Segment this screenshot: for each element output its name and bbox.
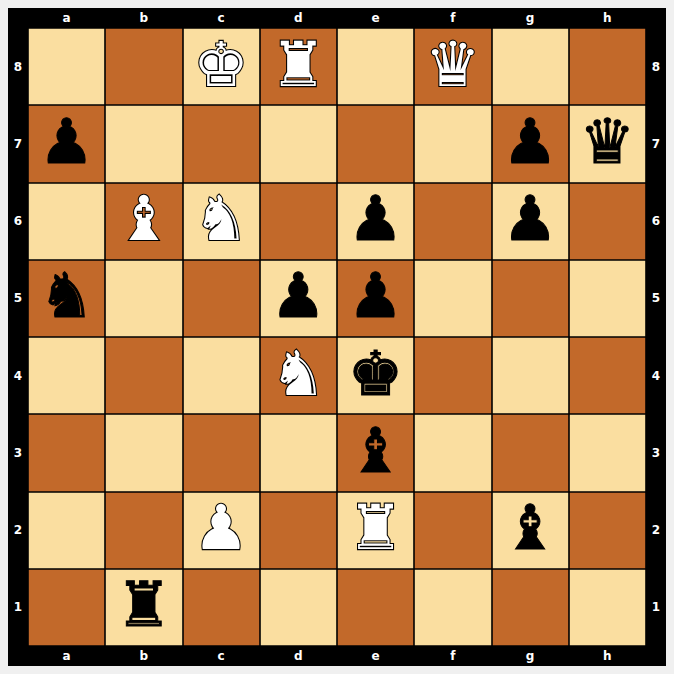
square-e2[interactable]: ♜ <box>337 492 414 569</box>
square-e7[interactable] <box>337 105 414 182</box>
file-label-top-e: e <box>337 8 414 28</box>
piece-black-pawn[interactable]: ♟ <box>271 265 327 327</box>
chess-board-frame: abcdefgh8♚♜♛87♟♟♛76♝♞♟♟65♞♟♟54♞♚43♝32♟♜♝… <box>8 8 666 666</box>
file-label-top-h: h <box>569 8 646 28</box>
square-a5[interactable]: ♞ <box>28 260 105 337</box>
rank-label-left-7: 7 <box>8 105 28 182</box>
rank-label-left-6: 6 <box>8 183 28 260</box>
rank-label-right-6: 6 <box>646 183 666 260</box>
square-d6[interactable] <box>260 183 337 260</box>
square-a4[interactable] <box>28 337 105 414</box>
square-d1[interactable] <box>260 569 337 646</box>
square-c5[interactable] <box>183 260 260 337</box>
square-b5[interactable] <box>105 260 182 337</box>
square-c1[interactable] <box>183 569 260 646</box>
square-g4[interactable] <box>492 337 569 414</box>
square-a7[interactable]: ♟ <box>28 105 105 182</box>
square-f4[interactable] <box>414 337 491 414</box>
square-g2[interactable]: ♝ <box>492 492 569 569</box>
square-d4[interactable]: ♞ <box>260 337 337 414</box>
file-label-bottom-f: f <box>414 646 491 666</box>
square-h8[interactable] <box>569 28 646 105</box>
rank-label-left-8: 8 <box>8 28 28 105</box>
rank-label-right-7: 7 <box>646 105 666 182</box>
square-b8[interactable] <box>105 28 182 105</box>
square-h5[interactable] <box>569 260 646 337</box>
piece-black-knight[interactable]: ♞ <box>39 265 95 327</box>
square-g5[interactable] <box>492 260 569 337</box>
square-c8[interactable]: ♚ <box>183 28 260 105</box>
piece-black-bishop[interactable]: ♝ <box>502 497 558 559</box>
square-e1[interactable] <box>337 569 414 646</box>
square-b4[interactable] <box>105 337 182 414</box>
square-f6[interactable] <box>414 183 491 260</box>
square-e3[interactable]: ♝ <box>337 414 414 491</box>
rank-label-left-2: 2 <box>8 492 28 569</box>
rank-label-left-3: 3 <box>8 414 28 491</box>
rank-label-left-5: 5 <box>8 260 28 337</box>
square-a3[interactable] <box>28 414 105 491</box>
rank-label-left-4: 4 <box>8 337 28 414</box>
square-f3[interactable] <box>414 414 491 491</box>
file-label-bottom-h: h <box>569 646 646 666</box>
square-a1[interactable] <box>28 569 105 646</box>
square-c3[interactable] <box>183 414 260 491</box>
square-a6[interactable] <box>28 183 105 260</box>
piece-white-rook[interactable]: ♜ <box>348 497 404 559</box>
frame-corner-bottom-left <box>8 646 28 666</box>
square-h4[interactable] <box>569 337 646 414</box>
piece-black-pawn[interactable]: ♟ <box>39 111 95 173</box>
square-b6[interactable]: ♝ <box>105 183 182 260</box>
square-g6[interactable]: ♟ <box>492 183 569 260</box>
piece-black-pawn[interactable]: ♟ <box>502 111 558 173</box>
square-f2[interactable] <box>414 492 491 569</box>
piece-white-queen[interactable]: ♛ <box>425 34 481 96</box>
square-d2[interactable] <box>260 492 337 569</box>
square-f5[interactable] <box>414 260 491 337</box>
square-c2[interactable]: ♟ <box>183 492 260 569</box>
piece-white-knight[interactable]: ♞ <box>271 343 327 405</box>
piece-black-bishop[interactable]: ♝ <box>348 420 404 482</box>
frame-corner-bottom-right <box>646 646 666 666</box>
square-b1[interactable]: ♜ <box>105 569 182 646</box>
square-h3[interactable] <box>569 414 646 491</box>
piece-black-pawn[interactable]: ♟ <box>348 265 404 327</box>
piece-white-pawn[interactable]: ♟ <box>193 497 249 559</box>
file-label-bottom-b: b <box>105 646 182 666</box>
piece-white-knight[interactable]: ♞ <box>193 188 249 250</box>
chess-board-page: abcdefgh8♚♜♛87♟♟♛76♝♞♟♟65♞♟♟54♞♚43♝32♟♜♝… <box>0 0 674 674</box>
square-a2[interactable] <box>28 492 105 569</box>
file-label-bottom-c: c <box>183 646 260 666</box>
rank-label-right-5: 5 <box>646 260 666 337</box>
frame-corner-top-left <box>8 8 28 28</box>
piece-white-rook[interactable]: ♜ <box>271 34 327 96</box>
square-g8[interactable] <box>492 28 569 105</box>
square-f8[interactable]: ♛ <box>414 28 491 105</box>
file-label-top-b: b <box>105 8 182 28</box>
file-label-bottom-e: e <box>337 646 414 666</box>
square-h7[interactable]: ♛ <box>569 105 646 182</box>
square-c6[interactable]: ♞ <box>183 183 260 260</box>
square-f1[interactable] <box>414 569 491 646</box>
square-e5[interactable]: ♟ <box>337 260 414 337</box>
file-label-bottom-a: a <box>28 646 105 666</box>
piece-black-pawn[interactable]: ♟ <box>502 188 558 250</box>
square-g7[interactable]: ♟ <box>492 105 569 182</box>
square-c7[interactable] <box>183 105 260 182</box>
rank-label-right-1: 1 <box>646 569 666 646</box>
rank-label-right-2: 2 <box>646 492 666 569</box>
square-d5[interactable]: ♟ <box>260 260 337 337</box>
square-f7[interactable] <box>414 105 491 182</box>
file-label-bottom-g: g <box>492 646 569 666</box>
square-g3[interactable] <box>492 414 569 491</box>
file-label-bottom-d: d <box>260 646 337 666</box>
square-b7[interactable] <box>105 105 182 182</box>
square-c4[interactable] <box>183 337 260 414</box>
square-e6[interactable]: ♟ <box>337 183 414 260</box>
square-e8[interactable] <box>337 28 414 105</box>
square-d8[interactable]: ♜ <box>260 28 337 105</box>
rank-label-left-1: 1 <box>8 569 28 646</box>
file-label-top-c: c <box>183 8 260 28</box>
piece-black-pawn[interactable]: ♟ <box>348 188 404 250</box>
square-d3[interactable] <box>260 414 337 491</box>
square-d7[interactable] <box>260 105 337 182</box>
file-label-top-d: d <box>260 8 337 28</box>
square-a8[interactable] <box>28 28 105 105</box>
piece-black-queen[interactable]: ♛ <box>580 111 636 173</box>
file-label-top-a: a <box>28 8 105 28</box>
piece-black-rook[interactable]: ♜ <box>116 574 172 636</box>
square-h2[interactable] <box>569 492 646 569</box>
rank-label-right-8: 8 <box>646 28 666 105</box>
square-h6[interactable] <box>569 183 646 260</box>
piece-white-bishop[interactable]: ♝ <box>116 188 172 250</box>
piece-black-king[interactable]: ♚ <box>348 343 404 405</box>
rank-label-right-3: 3 <box>646 414 666 491</box>
square-h1[interactable] <box>569 569 646 646</box>
piece-white-king[interactable]: ♚ <box>193 34 249 96</box>
frame-corner-top-right <box>646 8 666 28</box>
square-g1[interactable] <box>492 569 569 646</box>
file-label-top-g: g <box>492 8 569 28</box>
square-e4[interactable]: ♚ <box>337 337 414 414</box>
square-b2[interactable] <box>105 492 182 569</box>
rank-label-right-4: 4 <box>646 337 666 414</box>
square-b3[interactable] <box>105 414 182 491</box>
file-label-top-f: f <box>414 8 491 28</box>
